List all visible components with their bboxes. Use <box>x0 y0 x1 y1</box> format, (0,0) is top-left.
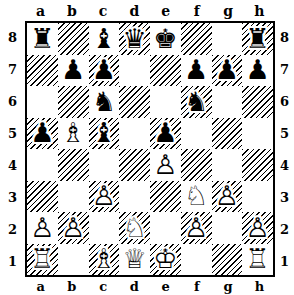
black-knight-c6: ♞ <box>92 87 116 117</box>
rank-label-6: 6 <box>0 94 25 109</box>
black-bishop-c8: ♝ <box>92 24 116 54</box>
square-d6[interactable] <box>119 86 150 118</box>
rank-label-3: 3 <box>275 190 294 205</box>
black-rook-a8: ♜ <box>30 24 54 54</box>
rank-labels-right: 87654321 <box>275 21 294 277</box>
rank-label-5: 5 <box>0 126 25 141</box>
square-b5[interactable]: ♝♗ <box>58 118 89 150</box>
square-g4[interactable] <box>212 149 243 181</box>
square-g8[interactable] <box>212 23 243 55</box>
white-pawn-e4: ♙ <box>153 150 177 180</box>
square-f2[interactable]: ♟♙ <box>181 212 212 244</box>
square-c8[interactable]: ♝♝ <box>89 23 120 55</box>
square-a4[interactable] <box>27 149 58 181</box>
square-g1[interactable] <box>212 244 243 276</box>
square-e1[interactable]: ♚♔ <box>150 244 181 276</box>
square-a6[interactable] <box>27 86 58 118</box>
square-d8[interactable]: ♛♛ <box>119 23 150 55</box>
square-a5[interactable]: ♟♟ <box>27 118 58 150</box>
file-labels-bottom: abcdefgh <box>25 277 275 295</box>
square-e6[interactable] <box>150 86 181 118</box>
square-c1[interactable]: ♝♗ <box>89 244 120 276</box>
square-b3[interactable] <box>58 181 89 213</box>
white-rook-h1: ♖ <box>246 244 270 274</box>
white-pawn-f2: ♙ <box>184 213 208 243</box>
square-b1[interactable] <box>58 244 89 276</box>
rank-label-5: 5 <box>275 126 294 141</box>
black-bishop-c5: ♝ <box>92 118 116 148</box>
square-f6[interactable]: ♞♞ <box>181 86 212 118</box>
square-f1[interactable] <box>181 244 212 276</box>
square-c4[interactable] <box>89 149 120 181</box>
black-pawn-h7: ♟ <box>246 55 270 85</box>
white-pawn-h2: ♙ <box>246 213 270 243</box>
corner-top-right <box>275 0 294 21</box>
black-pawn-c7: ♟ <box>92 55 116 85</box>
square-g2[interactable] <box>212 212 243 244</box>
square-b2[interactable]: ♟♙ <box>58 212 89 244</box>
square-g7[interactable]: ♟♟ <box>212 55 243 87</box>
square-b7[interactable]: ♟♟ <box>58 55 89 87</box>
square-e4[interactable]: ♟♙ <box>150 149 181 181</box>
square-h4[interactable] <box>242 149 273 181</box>
square-e2[interactable] <box>150 212 181 244</box>
chess-diagram: abcdefgh 87654321 ♜♜♝♝♛♛♚♚♜♜♟♟♟♟♟♟♟♟♟♟♞♞… <box>0 0 294 295</box>
white-knight-f3: ♘ <box>184 181 208 211</box>
file-label-f: f <box>181 2 212 19</box>
file-label-h: h <box>244 2 275 19</box>
rank-label-8: 8 <box>0 30 25 45</box>
rank-label-8: 8 <box>275 30 294 45</box>
chess-board: ♜♜♝♝♛♛♚♚♜♜♟♟♟♟♟♟♟♟♟♟♞♞♞♞♟♟♝♗♝♝♟♟♟♙♟♙♞♘♟♙… <box>25 21 275 277</box>
file-label-g: g <box>213 2 244 19</box>
square-h5[interactable] <box>242 118 273 150</box>
square-f5[interactable] <box>181 118 212 150</box>
square-d1[interactable]: ♛♕ <box>119 244 150 276</box>
rank-labels-left: 87654321 <box>0 21 25 277</box>
black-pawn-a5: ♟ <box>30 118 54 148</box>
rank-label-7: 7 <box>0 62 25 77</box>
file-label-e: e <box>150 2 181 19</box>
rank-label-4: 4 <box>275 158 294 173</box>
file-label-c: c <box>88 279 119 294</box>
square-c3[interactable]: ♟♙ <box>89 181 120 213</box>
square-g3[interactable]: ♟♙ <box>212 181 243 213</box>
corner-bottom-right <box>275 277 294 295</box>
square-g5[interactable] <box>212 118 243 150</box>
square-f4[interactable] <box>181 149 212 181</box>
file-labels-top: abcdefgh <box>25 0 275 21</box>
rank-label-2: 2 <box>275 222 294 237</box>
square-e7[interactable] <box>150 55 181 87</box>
file-label-e: e <box>150 279 181 294</box>
square-d3[interactable] <box>119 181 150 213</box>
square-d5[interactable] <box>119 118 150 150</box>
black-pawn-e5: ♟ <box>153 118 177 148</box>
white-bishop-b5: ♗ <box>61 118 85 148</box>
square-e8[interactable]: ♚♚ <box>150 23 181 55</box>
square-f8[interactable] <box>181 23 212 55</box>
black-pawn-g7: ♟ <box>215 55 239 85</box>
black-king-e8: ♚ <box>153 24 177 54</box>
black-queen-d8: ♛ <box>123 24 147 54</box>
square-h7[interactable]: ♟♟ <box>242 55 273 87</box>
square-b6[interactable] <box>58 86 89 118</box>
black-knight-f6: ♞ <box>184 87 208 117</box>
square-c2[interactable] <box>89 212 120 244</box>
square-c5[interactable]: ♝♝ <box>89 118 120 150</box>
square-f7[interactable]: ♟♟ <box>181 55 212 87</box>
square-a3[interactable] <box>27 181 58 213</box>
square-h3[interactable] <box>242 181 273 213</box>
black-pawn-b7: ♟ <box>61 55 85 85</box>
square-c6[interactable]: ♞♞ <box>89 86 120 118</box>
file-label-b: b <box>56 279 87 294</box>
file-label-a: a <box>25 2 56 19</box>
file-label-c: c <box>88 2 119 19</box>
square-d2[interactable]: ♞♘ <box>119 212 150 244</box>
file-label-g: g <box>213 279 244 294</box>
white-pawn-c3: ♙ <box>92 181 116 211</box>
square-g6[interactable] <box>212 86 243 118</box>
square-a1[interactable]: ♜♖ <box>27 244 58 276</box>
file-label-a: a <box>25 279 56 294</box>
rank-label-3: 3 <box>0 190 25 205</box>
square-h1[interactable]: ♜♖ <box>242 244 273 276</box>
rank-label-1: 1 <box>0 254 25 269</box>
white-knight-d2: ♘ <box>123 213 147 243</box>
white-king-e1: ♔ <box>153 244 177 274</box>
square-a7[interactable] <box>27 55 58 87</box>
file-label-h: h <box>244 279 275 294</box>
rank-label-4: 4 <box>0 158 25 173</box>
rank-label-1: 1 <box>275 254 294 269</box>
white-pawn-b2: ♙ <box>61 213 85 243</box>
square-h6[interactable] <box>242 86 273 118</box>
square-a2[interactable]: ♟♙ <box>27 212 58 244</box>
square-d7[interactable] <box>119 55 150 87</box>
square-c7[interactable]: ♟♟ <box>89 55 120 87</box>
white-pawn-g3: ♙ <box>215 181 239 211</box>
square-h2[interactable]: ♟♙ <box>242 212 273 244</box>
white-pawn-a2: ♙ <box>30 213 54 243</box>
rank-label-6: 6 <box>275 94 294 109</box>
rank-label-2: 2 <box>0 222 25 237</box>
file-label-f: f <box>181 279 212 294</box>
square-e5[interactable]: ♟♟ <box>150 118 181 150</box>
square-a8[interactable]: ♜♜ <box>27 23 58 55</box>
corner-bottom-left <box>0 277 25 295</box>
white-rook-a1: ♖ <box>30 244 54 274</box>
corner-top-left <box>0 0 25 21</box>
white-bishop-c1: ♗ <box>92 244 116 274</box>
square-e3[interactable] <box>150 181 181 213</box>
square-b8[interactable] <box>58 23 89 55</box>
file-label-d: d <box>119 2 150 19</box>
square-b4[interactable] <box>58 149 89 181</box>
square-h8[interactable]: ♜♜ <box>242 23 273 55</box>
square-d4[interactable] <box>119 149 150 181</box>
rank-label-7: 7 <box>275 62 294 77</box>
file-label-d: d <box>119 279 150 294</box>
square-f3[interactable]: ♞♘ <box>181 181 212 213</box>
black-rook-h8: ♜ <box>246 24 270 54</box>
white-queen-d1: ♕ <box>123 244 147 274</box>
black-pawn-f7: ♟ <box>184 55 208 85</box>
file-label-b: b <box>56 2 87 19</box>
